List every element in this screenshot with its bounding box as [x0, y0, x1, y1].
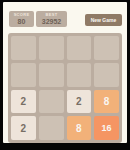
empty-cell: [39, 36, 64, 60]
empty-cell: [67, 63, 92, 87]
best-value: 32952: [42, 18, 61, 25]
empty-cell: [94, 36, 119, 60]
score-value: 80: [18, 18, 26, 25]
empty-cell: [94, 63, 119, 87]
tile-16: 16: [94, 116, 119, 140]
empty-cell: [39, 116, 64, 140]
game-page: SCORE 80 BEST 32952 New Game 2282816: [3, 2, 127, 143]
empty-cell: [39, 63, 64, 87]
tile-2: 2: [11, 90, 36, 114]
best-label: BEST: [46, 13, 58, 17]
new-game-button[interactable]: New Game: [85, 14, 122, 26]
screenshot-frame: { "game": "2048", "position": { "rows": …: [0, 0, 130, 150]
score-box: SCORE 80: [9, 11, 34, 27]
empty-cell: [67, 36, 92, 60]
tile-2: 2: [11, 116, 36, 140]
score-label: SCORE: [14, 13, 30, 17]
best-box: BEST 32952: [36, 11, 67, 27]
tile-8: 8: [67, 116, 92, 140]
empty-cell: [11, 36, 36, 60]
board-grid: 2282816: [8, 33, 122, 143]
empty-cell: [39, 90, 64, 114]
tile-8: 8: [94, 90, 119, 114]
tile-2: 2: [67, 90, 92, 114]
empty-cell: [11, 63, 36, 87]
